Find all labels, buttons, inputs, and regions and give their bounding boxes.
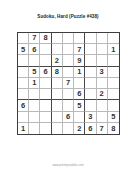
cell-r6c8: 2 (97, 89, 108, 100)
cell-r6c1 (18, 89, 29, 100)
cell-r2c6: 7 (74, 44, 85, 55)
cell-r3c6: 9 (74, 55, 85, 66)
cell-r5c4 (52, 78, 63, 89)
cell-r6c2 (29, 89, 40, 100)
cell-r8c3 (40, 112, 51, 123)
cell-r4c2: 5 (29, 67, 40, 78)
cell-r5c9 (108, 78, 119, 89)
cell-r1c3: 8 (40, 33, 51, 44)
cell-r4c6: 1 (74, 67, 85, 78)
cell-r7c3 (40, 100, 51, 111)
cell-r6c4 (52, 89, 63, 100)
cell-r4c1 (18, 67, 29, 78)
cell-r8c7: 3 (85, 112, 96, 123)
cell-r9c2 (29, 123, 40, 134)
cell-r9c3 (40, 123, 51, 134)
cell-r7c2 (29, 100, 40, 111)
cell-r3c1 (18, 55, 29, 66)
cell-r5c3 (40, 78, 51, 89)
sudoku-board: 785671295681317626563512678 (17, 32, 120, 135)
cell-r2c2: 6 (29, 44, 40, 55)
cell-r1c6 (74, 33, 85, 44)
cell-r6c9 (108, 89, 119, 100)
cell-r9c8: 7 (97, 123, 108, 134)
cell-r6c7 (85, 89, 96, 100)
cell-r3c3 (40, 55, 51, 66)
cell-r7c4 (52, 100, 63, 111)
cell-r2c4 (52, 44, 63, 55)
cell-r4c5 (63, 67, 74, 78)
cell-r4c9 (108, 67, 119, 78)
cell-r2c1: 5 (18, 44, 29, 55)
cell-r9c1: 1 (18, 123, 29, 134)
cell-r1c4 (52, 33, 63, 44)
cell-r8c9: 5 (108, 112, 119, 123)
cell-r5c7 (85, 78, 96, 89)
cell-r2c3 (40, 44, 51, 55)
cell-r5c2: 1 (29, 78, 40, 89)
cell-r6c3 (40, 89, 51, 100)
footer-url: www.printmysudoku.com (0, 163, 136, 167)
cell-r7c6: 5 (74, 100, 85, 111)
cell-r2c8 (97, 44, 108, 55)
cell-r4c3: 6 (40, 67, 51, 78)
cell-r3c9 (108, 55, 119, 66)
cell-r1c5 (63, 33, 74, 44)
cell-r8c1 (18, 112, 29, 123)
cell-r5c6 (74, 78, 85, 89)
cell-r4c4: 8 (52, 67, 63, 78)
cell-r7c9 (108, 100, 119, 111)
cell-r1c2: 7 (29, 33, 40, 44)
cell-r7c7 (85, 100, 96, 111)
cell-r2c9: 1 (108, 44, 119, 55)
cell-r8c4 (52, 112, 63, 123)
cell-r7c1: 6 (18, 100, 29, 111)
cell-r6c5 (63, 89, 74, 100)
cell-r1c1 (18, 33, 29, 44)
cell-r4c8: 3 (97, 67, 108, 78)
cell-r3c4: 2 (52, 55, 63, 66)
page-title: Sudoku, Hard (Puzzle #438) (0, 14, 136, 19)
cell-r2c7 (85, 44, 96, 55)
cell-r1c7 (85, 33, 96, 44)
cell-r8c6 (74, 112, 85, 123)
cell-r3c2 (29, 55, 40, 66)
cell-r9c6: 2 (74, 123, 85, 134)
cell-r4c7 (85, 67, 96, 78)
cell-r5c5: 7 (63, 78, 74, 89)
cell-r3c5 (63, 55, 74, 66)
cell-r5c1 (18, 78, 29, 89)
cell-r2c5 (63, 44, 74, 55)
cell-r9c5 (63, 123, 74, 134)
cell-r9c4 (52, 123, 63, 134)
cell-r8c8 (97, 112, 108, 123)
cell-r1c9 (108, 33, 119, 44)
cell-r7c8 (97, 100, 108, 111)
cell-r5c8 (97, 78, 108, 89)
cell-r9c9: 8 (108, 123, 119, 134)
cell-r7c5 (63, 100, 74, 111)
cell-r3c8 (97, 55, 108, 66)
cell-r9c7: 6 (85, 123, 96, 134)
cell-r3c7 (85, 55, 96, 66)
cell-r8c2 (29, 112, 40, 123)
cell-r6c6: 6 (74, 89, 85, 100)
cell-r1c8 (97, 33, 108, 44)
cell-r8c5: 6 (63, 112, 74, 123)
